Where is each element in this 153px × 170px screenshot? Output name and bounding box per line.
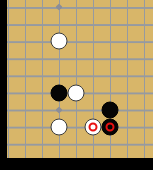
move-marker-icon (106, 122, 115, 131)
go-app-screenshot (0, 0, 153, 170)
go-board[interactable] (7, 0, 153, 158)
move-marker-icon (89, 122, 98, 131)
stone-white[interactable] (68, 84, 85, 101)
left-frame (0, 0, 7, 170)
star-point (55, 3, 62, 10)
star-point (55, 106, 62, 113)
stone-white[interactable] (85, 118, 102, 135)
stone-white[interactable] (51, 33, 68, 50)
stone-white[interactable] (51, 118, 68, 135)
stone-black[interactable] (102, 101, 119, 118)
bottom-frame (0, 158, 153, 170)
stone-black[interactable] (51, 84, 68, 101)
stone-black[interactable] (102, 118, 119, 135)
